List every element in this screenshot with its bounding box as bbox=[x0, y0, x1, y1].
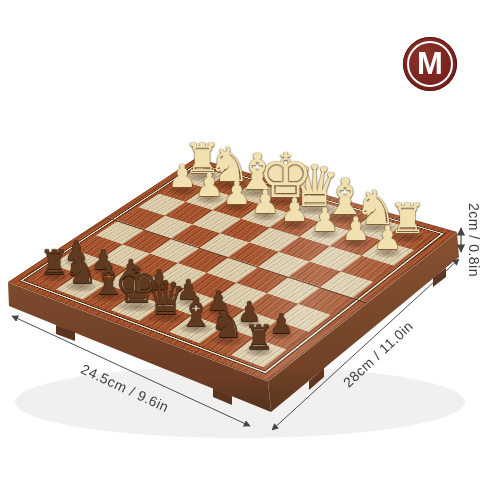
length-dimension-arrow bbox=[272, 259, 459, 430]
dimension-label-thickness: 2cm / 0.8in bbox=[466, 203, 482, 277]
product-photo-stage: ♜♞♝♛♚♝♞♜♟♟♟♟♟♟♟♟♟♟♟♟♟♟♟♟♜♞♝♛♚♝♞♜ 24.5cm … bbox=[0, 0, 500, 500]
width-dimension-arrow bbox=[12, 316, 250, 426]
brand-badge: M bbox=[403, 37, 457, 91]
badge-letter: M bbox=[403, 37, 457, 91]
